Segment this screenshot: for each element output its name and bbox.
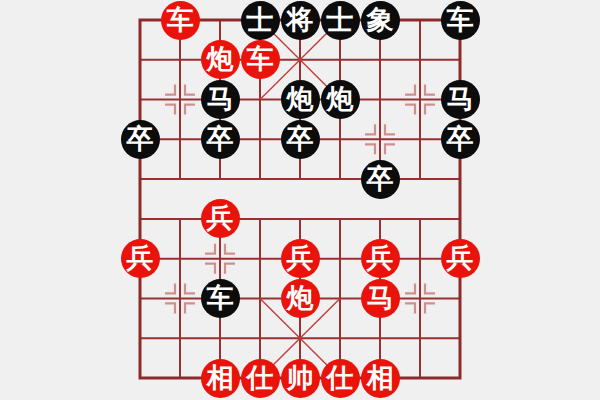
piece-black-general[interactable]: 将 bbox=[281, 1, 320, 40]
piece-red-elephant[interactable]: 相 bbox=[361, 359, 400, 398]
piece-red-chariot[interactable]: 车 bbox=[241, 40, 280, 79]
piece-black-soldier[interactable]: 卒 bbox=[121, 120, 160, 159]
piece-black-chariot[interactable]: 车 bbox=[201, 279, 240, 318]
piece-red-advisor[interactable]: 仕 bbox=[321, 359, 360, 398]
pieces-layer: 车士将士象车炮车马炮炮马卒卒卒卒卒兵兵兵兵兵车炮马相仕帅仕相 bbox=[0, 0, 600, 400]
piece-black-cannon[interactable]: 炮 bbox=[321, 80, 360, 119]
piece-red-soldier[interactable]: 兵 bbox=[361, 239, 400, 278]
piece-red-chariot[interactable]: 车 bbox=[161, 1, 200, 40]
piece-red-horse[interactable]: 马 bbox=[361, 279, 400, 318]
piece-red-soldier[interactable]: 兵 bbox=[441, 239, 480, 278]
piece-red-cannon[interactable]: 炮 bbox=[281, 279, 320, 318]
piece-black-horse[interactable]: 马 bbox=[441, 80, 480, 119]
piece-black-advisor[interactable]: 士 bbox=[241, 1, 280, 40]
piece-black-soldier[interactable]: 卒 bbox=[441, 120, 480, 159]
piece-red-general[interactable]: 帅 bbox=[281, 359, 320, 398]
piece-red-soldier[interactable]: 兵 bbox=[201, 199, 240, 238]
piece-black-soldier[interactable]: 卒 bbox=[281, 120, 320, 159]
xiangqi-board[interactable]: 车士将士象车炮车马炮炮马卒卒卒卒卒兵兵兵兵兵车炮马相仕帅仕相 bbox=[0, 0, 600, 400]
piece-black-advisor[interactable]: 士 bbox=[321, 1, 360, 40]
piece-red-cannon[interactable]: 炮 bbox=[201, 40, 240, 79]
piece-black-soldier[interactable]: 卒 bbox=[201, 120, 240, 159]
piece-red-advisor[interactable]: 仕 bbox=[241, 359, 280, 398]
piece-black-chariot[interactable]: 车 bbox=[441, 1, 480, 40]
piece-black-elephant[interactable]: 象 bbox=[361, 1, 400, 40]
piece-red-soldier[interactable]: 兵 bbox=[121, 239, 160, 278]
piece-black-cannon[interactable]: 炮 bbox=[281, 80, 320, 119]
piece-black-horse[interactable]: 马 bbox=[201, 80, 240, 119]
piece-red-soldier[interactable]: 兵 bbox=[281, 239, 320, 278]
piece-red-elephant[interactable]: 相 bbox=[201, 359, 240, 398]
piece-black-soldier[interactable]: 卒 bbox=[361, 160, 400, 199]
